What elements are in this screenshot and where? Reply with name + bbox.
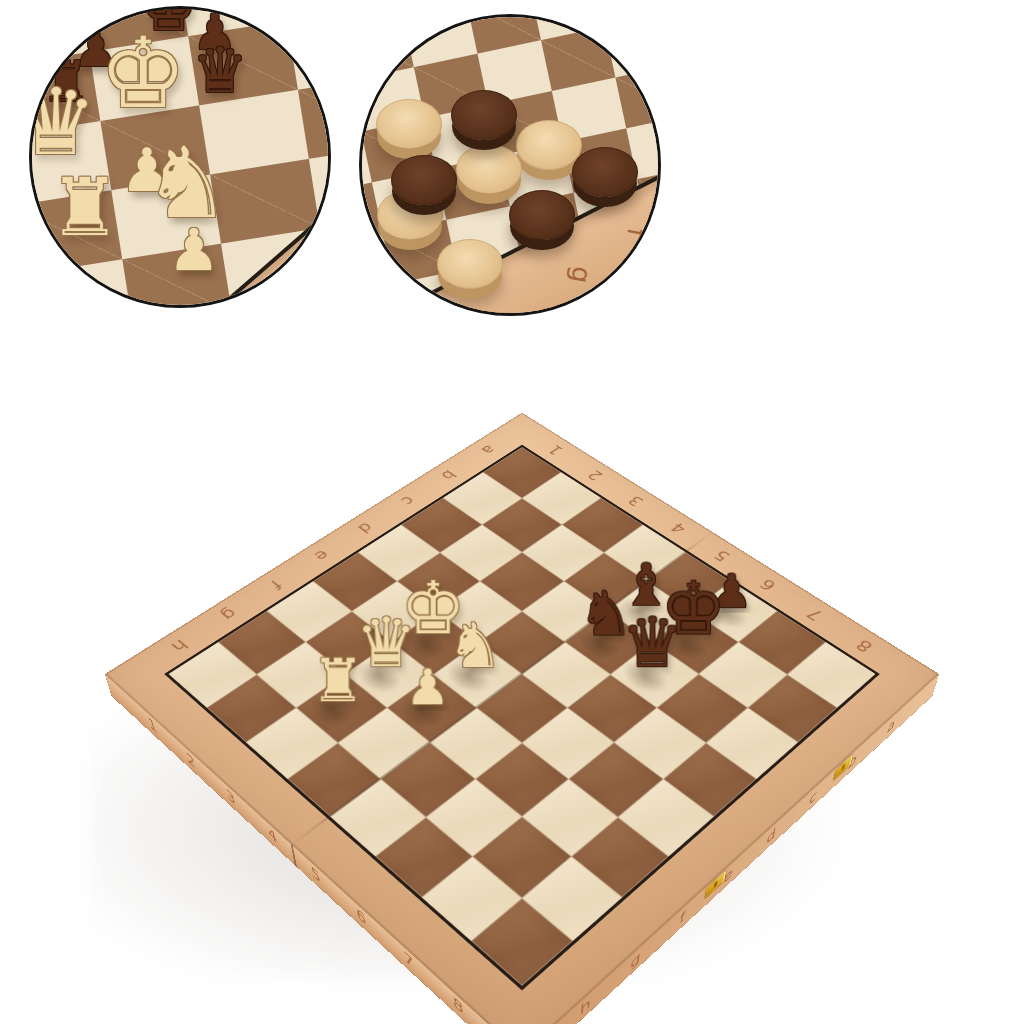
checkers-disc-light	[376, 99, 442, 149]
checkers-closeup-inset: hgf	[359, 14, 661, 316]
checkers-disc-dark	[572, 147, 638, 197]
side-rank-label-8: 8	[449, 991, 468, 1021]
rank-label-1: 1	[541, 441, 570, 460]
closeup-black-queen-icon: ♛	[192, 34, 248, 107]
file-label-b: b	[434, 465, 464, 485]
side-file-label-h: h	[576, 992, 595, 1021]
closeup-white-queen-icon: ♛	[29, 69, 97, 176]
file-label-d: d	[350, 517, 381, 538]
rank-label-3: 3	[621, 491, 651, 511]
black-queen-icon: ♛	[582, 603, 722, 682]
file-label-c: c	[393, 491, 423, 511]
file-label-h: h	[163, 633, 196, 657]
checkers-disc-light	[437, 239, 503, 289]
file-label-g: g	[212, 603, 245, 626]
product-photo: abcdefgh 12345678 12345678 abcdefgh ♚♛♜♞…	[0, 0, 1024, 1024]
closeup-white-rook-icon: ♜	[49, 161, 121, 254]
file-label-f: f	[260, 573, 292, 596]
file-label-e: e	[306, 545, 338, 567]
rank-label-2: 2	[580, 465, 610, 485]
closeup-frame-label-g: g	[277, 280, 309, 301]
checkers-disc-light	[516, 120, 582, 170]
rank-label-7: 7	[799, 603, 832, 626]
rank-label-4: 4	[663, 517, 694, 538]
closeup-white-pawn-icon: ♟	[168, 216, 220, 284]
closeup-white-king-icon: ♚	[99, 16, 187, 130]
rank-label-8: 8	[848, 633, 881, 657]
checkers-disc-dark	[509, 190, 575, 240]
file-label-a: a	[474, 441, 503, 460]
checkers-disc-dark	[451, 90, 517, 140]
checkers-disc-dark	[391, 155, 457, 205]
chess-closeup-inset: ♜♟♚♟♛♛♚♟♞♜♟g	[29, 6, 331, 308]
checkers-disc-light	[456, 144, 522, 194]
white-pawn-icon: ♟	[356, 658, 499, 715]
